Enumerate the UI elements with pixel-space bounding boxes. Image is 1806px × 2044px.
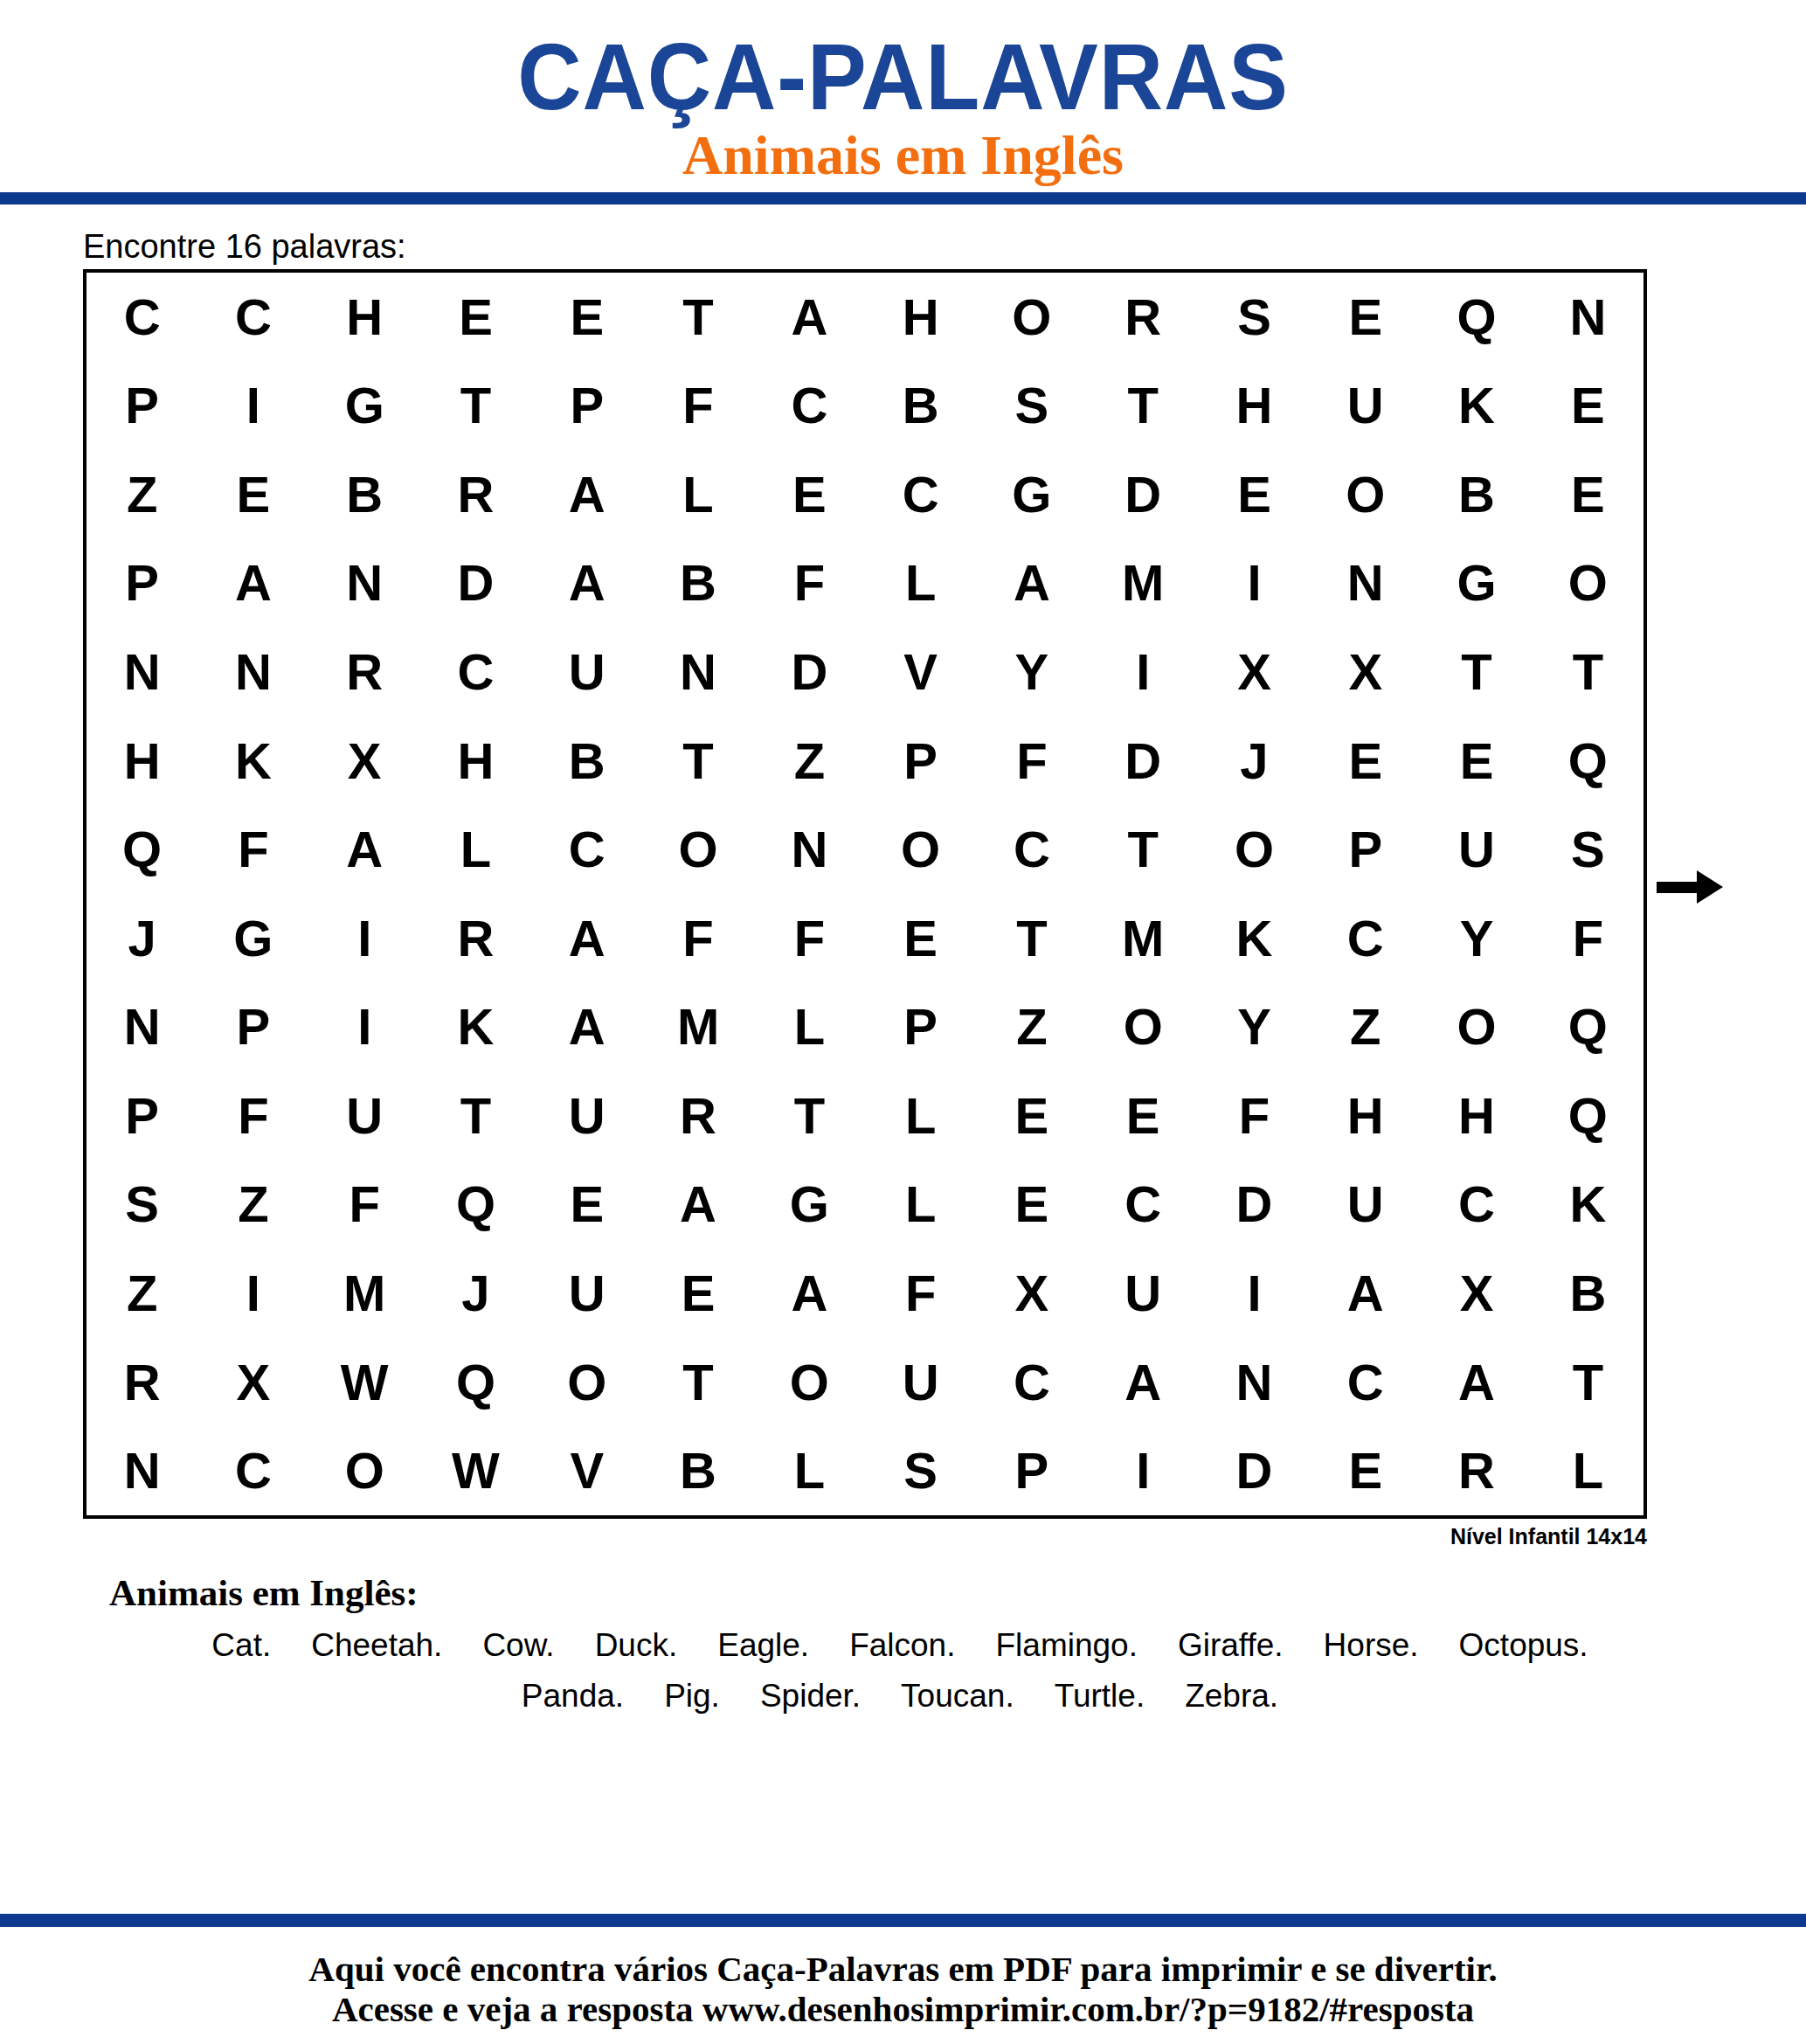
grid-cell-r6c7[interactable]: Z (754, 717, 865, 806)
grid-cell-r8c8[interactable]: E (865, 894, 976, 983)
grid-cell-r10c11[interactable]: F (1199, 1071, 1310, 1161)
grid-cell-r4c7[interactable]: F (754, 539, 865, 628)
grid-cell-r6c10[interactable]: D (1088, 717, 1199, 806)
grid-cell-r2c14[interactable]: E (1533, 362, 1643, 451)
grid-cell-r4c8[interactable]: L (865, 539, 976, 628)
grid-cell-r4c1[interactable]: P (86, 539, 197, 628)
grid-cell-r11c13[interactable]: C (1421, 1161, 1532, 1250)
grid-cell-r7c7[interactable]: N (754, 805, 865, 894)
word-list-heading: Animais em Inglês: (109, 1571, 419, 1614)
grid-cell-r8c5[interactable]: A (531, 894, 642, 983)
grid-cell-r11c14[interactable]: K (1533, 1161, 1643, 1250)
grid-cell-r14c10[interactable]: I (1088, 1426, 1199, 1515)
grid-cell-r12c12[interactable]: A (1310, 1249, 1421, 1338)
grid-cell-r8c10[interactable]: M (1088, 894, 1199, 983)
grid-cell-r7c8[interactable]: O (865, 805, 976, 894)
grid-cell-r8c11[interactable]: K (1199, 894, 1310, 983)
grid-cell-r14c2[interactable]: C (197, 1426, 308, 1515)
page-subtitle: Animais em Inglês (0, 128, 1806, 184)
instruction-label: Encontre 16 palavras: (83, 228, 406, 266)
grid-cell-r12c10[interactable]: U (1088, 1249, 1199, 1338)
grid-cell-r2c1[interactable]: P (86, 362, 197, 451)
grid-cell-r11c8[interactable]: L (865, 1161, 976, 1250)
grid-cell-r2c7[interactable]: C (754, 362, 865, 451)
grid-cell-r1c13[interactable]: Q (1421, 273, 1532, 362)
grid-cell-r13c13[interactable]: A (1421, 1338, 1532, 1427)
word-item: Toucan. (901, 1678, 1014, 1715)
right-arrow-icon (1657, 868, 1725, 906)
grid-cell-r12c11[interactable]: I (1199, 1249, 1310, 1338)
grid-cell-r13c6[interactable]: T (642, 1338, 753, 1427)
grid-cell-r2c12[interactable]: U (1310, 362, 1421, 451)
grid-cell-r13c9[interactable]: C (976, 1338, 1087, 1427)
grid-cell-r9c5[interactable]: A (531, 983, 642, 1072)
grid-cell-r13c7[interactable]: O (754, 1338, 865, 1427)
grid-cell-r6c9[interactable]: F (976, 717, 1087, 806)
grid-cell-r6c11[interactable]: J (1199, 717, 1310, 806)
grid-cell-r3c10[interactable]: D (1088, 450, 1199, 539)
word-item: Zebra. (1185, 1678, 1278, 1715)
grid-cell-r10c1[interactable]: P (86, 1071, 197, 1161)
grid-cell-r12c13[interactable]: X (1421, 1249, 1532, 1338)
grid-cell-r1c2[interactable]: C (197, 273, 308, 362)
grid-cell-r10c12[interactable]: H (1310, 1071, 1421, 1161)
grid-cell-r9c14[interactable]: Q (1533, 983, 1643, 1072)
grid-cell-r9c11[interactable]: Y (1199, 983, 1310, 1072)
grid-cell-r7c11[interactable]: O (1199, 805, 1310, 894)
grid-cell-r7c13[interactable]: U (1421, 805, 1532, 894)
grid-cell-r8c6[interactable]: F (642, 894, 753, 983)
grid-cell-r10c5[interactable]: U (531, 1071, 642, 1161)
grid-cell-r5c10[interactable]: I (1088, 627, 1199, 717)
grid-cell-r10c9[interactable]: E (976, 1071, 1087, 1161)
grid-cell-r12c8[interactable]: F (865, 1249, 976, 1338)
grid-cell-r4c6[interactable]: B (642, 539, 753, 628)
grid-cell-r11c6[interactable]: A (642, 1161, 753, 1250)
grid-cell-r13c11[interactable]: N (1199, 1338, 1310, 1427)
word-item: Cow. (482, 1627, 554, 1664)
grid-cell-r8c9[interactable]: T (976, 894, 1087, 983)
grid-cell-r3c1[interactable]: Z (86, 450, 197, 539)
word-item: Flamingo. (995, 1627, 1137, 1664)
grid-cell-r3c7[interactable]: E (754, 450, 865, 539)
grid-cell-r4c12[interactable]: N (1310, 539, 1421, 628)
grid-cell-r11c2[interactable]: Z (197, 1161, 308, 1250)
grid-cell-r14c14[interactable]: L (1533, 1426, 1643, 1515)
grid-cell-r13c12[interactable]: C (1310, 1338, 1421, 1427)
grid-cell-r3c14[interactable]: E (1533, 450, 1643, 539)
grid-cell-r6c2[interactable]: K (197, 717, 308, 806)
grid-cell-r2c8[interactable]: B (865, 362, 976, 451)
grid-cell-r4c11[interactable]: I (1199, 539, 1310, 628)
grid-cell-r1c12[interactable]: E (1310, 273, 1421, 362)
grid-cell-r9c13[interactable]: O (1421, 983, 1532, 1072)
grid-cell-r6c5[interactable]: B (531, 717, 642, 806)
grid-cell-r11c1[interactable]: S (86, 1161, 197, 1250)
grid-cell-r11c12[interactable]: U (1310, 1161, 1421, 1250)
grid-cell-r11c10[interactable]: C (1088, 1161, 1199, 1250)
grid-cell-r14c7[interactable]: L (754, 1426, 865, 1515)
grid-cell-r2c4[interactable]: T (420, 362, 531, 451)
grid-cell-r11c11[interactable]: D (1199, 1161, 1310, 1250)
grid-cell-r11c9[interactable]: E (976, 1161, 1087, 1250)
grid-cell-r4c2[interactable]: A (197, 539, 308, 628)
word-list-row-2: Panda.Pig.Spider.Toucan.Turtle.Zebra. (52, 1678, 1747, 1715)
grid-cell-r8c1[interactable]: J (86, 894, 197, 983)
grid-cell-r1c14[interactable]: N (1533, 273, 1643, 362)
word-item: Eagle. (717, 1627, 809, 1664)
grid-cell-r8c2[interactable]: G (197, 894, 308, 983)
grid-cell-r13c3[interactable]: W (309, 1338, 420, 1427)
footer-divider-bar (0, 1914, 1806, 1927)
grid-cell-r12c1[interactable]: Z (86, 1249, 197, 1338)
grid-cell-r9c12[interactable]: Z (1310, 983, 1421, 1072)
grid-cell-r7c1[interactable]: Q (86, 805, 197, 894)
grid-cell-r1c8[interactable]: H (865, 273, 976, 362)
grid-cell-r6c1[interactable]: H (86, 717, 197, 806)
grid-cell-r1c7[interactable]: A (754, 273, 865, 362)
word-item: Duck. (595, 1627, 678, 1664)
grid-cell-r4c9[interactable]: A (976, 539, 1087, 628)
grid-cell-r4c10[interactable]: M (1088, 539, 1199, 628)
grid-cell-r9c3[interactable]: I (309, 983, 420, 1072)
grid-cell-r2c9[interactable]: S (976, 362, 1087, 451)
grid-cell-r1c1[interactable]: C (86, 273, 197, 362)
grid-cell-r5c11[interactable]: X (1199, 627, 1310, 717)
word-item: Cheetah. (311, 1627, 442, 1664)
grid-cell-r1c6[interactable]: T (642, 273, 753, 362)
grid-cell-r11c5[interactable]: E (531, 1161, 642, 1250)
grid-cell-r2c13[interactable]: K (1421, 362, 1532, 451)
grid-cell-r9c9[interactable]: Z (976, 983, 1087, 1072)
grid-cell-r12c14[interactable]: B (1533, 1249, 1643, 1338)
grid-cell-r5c5[interactable]: U (531, 627, 642, 717)
grid-cell-r6c6[interactable]: T (642, 717, 753, 806)
grid-cell-r4c4[interactable]: D (420, 539, 531, 628)
grid-cell-r12c7[interactable]: A (754, 1249, 865, 1338)
grid-cell-r2c2[interactable]: I (197, 362, 308, 451)
grid-cell-r2c5[interactable]: P (531, 362, 642, 451)
grid-cell-r12c3[interactable]: M (309, 1249, 420, 1338)
grid-cell-r13c2[interactable]: X (197, 1338, 308, 1427)
grid-cell-r9c10[interactable]: O (1088, 983, 1199, 1072)
page-title: CAÇA-PALAVRAS (54, 30, 1752, 124)
grid-cell-r7c2[interactable]: F (197, 805, 308, 894)
grid-cell-r4c13[interactable]: G (1421, 539, 1532, 628)
grid-cell-r3c2[interactable]: E (197, 450, 308, 539)
grid-cell-r6c8[interactable]: P (865, 717, 976, 806)
word-item: Cat. (211, 1627, 271, 1664)
grid-cell-r13c10[interactable]: A (1088, 1338, 1199, 1427)
grid-cell-r14c13[interactable]: R (1421, 1426, 1532, 1515)
grid-cell-r9c6[interactable]: M (642, 983, 753, 1072)
grid-cell-r14c6[interactable]: B (642, 1426, 753, 1515)
word-item: Panda. (522, 1678, 624, 1715)
grid-cell-r1c11[interactable]: S (1199, 273, 1310, 362)
word-item: Pig. (664, 1678, 720, 1715)
grid-cell-r3c4[interactable]: R (420, 450, 531, 539)
grid-cell-r10c4[interactable]: T (420, 1071, 531, 1161)
grid-cell-r2c11[interactable]: H (1199, 362, 1310, 451)
grid-cell-r3c11[interactable]: E (1199, 450, 1310, 539)
grid-cell-r3c6[interactable]: L (642, 450, 753, 539)
grid-cell-r8c7[interactable]: F (754, 894, 865, 983)
grid-cell-r13c4[interactable]: Q (420, 1338, 531, 1427)
word-item: Horse. (1324, 1627, 1419, 1664)
grid-cell-r5c13[interactable]: T (1421, 627, 1532, 717)
grid-cell-r7c10[interactable]: T (1088, 805, 1199, 894)
grid-cell-r5c6[interactable]: N (642, 627, 753, 717)
grid-cell-r1c10[interactable]: R (1088, 273, 1199, 362)
grid-cell-r12c4[interactable]: J (420, 1249, 531, 1338)
word-item: Giraffe. (1178, 1627, 1284, 1664)
grid-cell-r12c2[interactable]: I (197, 1249, 308, 1338)
grid-cell-r8c3[interactable]: I (309, 894, 420, 983)
grid-cell-r6c3[interactable]: X (309, 717, 420, 806)
grid-cell-r1c5[interactable]: E (531, 273, 642, 362)
grid-cell-r10c8[interactable]: L (865, 1071, 976, 1161)
grid-cell-r10c13[interactable]: H (1421, 1071, 1532, 1161)
grid-cell-r12c5[interactable]: U (531, 1249, 642, 1338)
grid-cell-r14c11[interactable]: D (1199, 1426, 1310, 1515)
grid-cell-r12c6[interactable]: E (642, 1249, 753, 1338)
grid-cell-r5c7[interactable]: D (754, 627, 865, 717)
grid-cell-r5c9[interactable]: Y (976, 627, 1087, 717)
grid-cell-r2c10[interactable]: T (1088, 362, 1199, 451)
grid-cell-r12c9[interactable]: X (976, 1249, 1087, 1338)
grid-cell-r10c2[interactable]: F (197, 1071, 308, 1161)
grid-cell-r14c9[interactable]: P (976, 1426, 1087, 1515)
grid-cell-r9c1[interactable]: N (86, 983, 197, 1072)
grid-cell-r1c9[interactable]: O (976, 273, 1087, 362)
level-label: Nível Infantil 14x14 (1297, 1524, 1647, 1549)
grid-cell-r7c6[interactable]: O (642, 805, 753, 894)
grid-cell-r10c10[interactable]: E (1088, 1071, 1199, 1161)
grid-cell-r8c14[interactable]: F (1533, 894, 1643, 983)
grid-cell-r14c8[interactable]: S (865, 1426, 976, 1515)
grid-cell-r11c4[interactable]: Q (420, 1161, 531, 1250)
grid-cell-r10c14[interactable]: Q (1533, 1071, 1643, 1161)
grid-cell-r3c3[interactable]: B (309, 450, 420, 539)
footer-url-text: Acesse e veja a resposta www.desenhosimp… (0, 1992, 1806, 2027)
grid-cell-r3c9[interactable]: G (976, 450, 1087, 539)
grid-cell-r14c3[interactable]: O (309, 1426, 420, 1515)
word-item: Octopus. (1459, 1627, 1588, 1664)
grid-cell-r8c12[interactable]: C (1310, 894, 1421, 983)
grid-cell-r7c3[interactable]: A (309, 805, 420, 894)
grid-cell-r7c5[interactable]: C (531, 805, 642, 894)
grid-cell-r5c1[interactable]: N (86, 627, 197, 717)
grid-cell-r3c8[interactable]: C (865, 450, 976, 539)
grid-cell-r7c9[interactable]: C (976, 805, 1087, 894)
grid-cell-r10c6[interactable]: R (642, 1071, 753, 1161)
grid-cell-r7c12[interactable]: P (1310, 805, 1421, 894)
grid-cell-r13c1[interactable]: R (86, 1338, 197, 1427)
grid-cell-r10c7[interactable]: T (754, 1071, 865, 1161)
grid-cell-r5c8[interactable]: V (865, 627, 976, 717)
grid-cell-r5c4[interactable]: C (420, 627, 531, 717)
grid-cell-r9c7[interactable]: L (754, 983, 865, 1072)
grid-cell-r9c4[interactable]: K (420, 983, 531, 1072)
grid-cell-r5c14[interactable]: T (1533, 627, 1643, 717)
grid-cell-r13c8[interactable]: U (865, 1338, 976, 1427)
grid-cell-r4c5[interactable]: A (531, 539, 642, 628)
grid-cell-r5c12[interactable]: X (1310, 627, 1421, 717)
grid-cell-r3c12[interactable]: O (1310, 450, 1421, 539)
word-item: Falcon. (849, 1627, 955, 1664)
grid-cell-r6c4[interactable]: H (420, 717, 531, 806)
grid-cell-r3c5[interactable]: A (531, 450, 642, 539)
grid-cell-r9c8[interactable]: P (865, 983, 976, 1072)
grid-cell-r9c2[interactable]: P (197, 983, 308, 1072)
footer-text: Aqui você encontra vários Caça-Palavras … (0, 1951, 1806, 1987)
grid-cell-r10c3[interactable]: U (309, 1071, 420, 1161)
grid-cell-r7c4[interactable]: L (420, 805, 531, 894)
grid-cell-r2c3[interactable]: G (309, 362, 420, 451)
grid-cell-r11c7[interactable]: G (754, 1161, 865, 1250)
grid-cell-r5c3[interactable]: R (309, 627, 420, 717)
grid-cell-r1c3[interactable]: H (309, 273, 420, 362)
grid-cell-r4c14[interactable]: O (1533, 539, 1643, 628)
grid-cell-r6c14[interactable]: Q (1533, 717, 1643, 806)
word-item: Spider. (760, 1678, 861, 1715)
word-search-grid: CCHEETAHORSEQNPIGTPFCBSTHUKEZEBRALECGDEO… (83, 269, 1647, 1519)
grid-cell-r11c3[interactable]: F (309, 1161, 420, 1250)
word-item: Turtle. (1055, 1678, 1145, 1715)
grid-cell-r6c13[interactable]: E (1421, 717, 1532, 806)
grid-cell-r8c13[interactable]: Y (1421, 894, 1532, 983)
grid-cell-r14c12[interactable]: E (1310, 1426, 1421, 1515)
grid-cell-r2c6[interactable]: F (642, 362, 753, 451)
grid-cell-r3c13[interactable]: B (1421, 450, 1532, 539)
grid-cell-r14c5[interactable]: V (531, 1426, 642, 1515)
grid-cell-r1c4[interactable]: E (420, 273, 531, 362)
grid-cell-r6c12[interactable]: E (1310, 717, 1421, 806)
grid-cell-r13c5[interactable]: O (531, 1338, 642, 1427)
word-search-sheet: CAÇA-PALAVRAS Animais em Inglês Encontre… (0, 0, 1806, 2044)
grid-cell-r13c14[interactable]: T (1533, 1338, 1643, 1427)
grid-cell-r7c14[interactable]: S (1533, 805, 1643, 894)
grid-cell-r14c1[interactable]: N (86, 1426, 197, 1515)
header-divider-bar (0, 192, 1806, 204)
grid-cell-r14c4[interactable]: W (420, 1426, 531, 1515)
word-list-row-1: Cat.Cheetah.Cow.Duck.Eagle.Falcon.Flamin… (52, 1627, 1747, 1664)
grid-cell-r8c4[interactable]: R (420, 894, 531, 983)
grid-cell-r5c2[interactable]: N (197, 627, 308, 717)
grid-cell-r4c3[interactable]: N (309, 539, 420, 628)
